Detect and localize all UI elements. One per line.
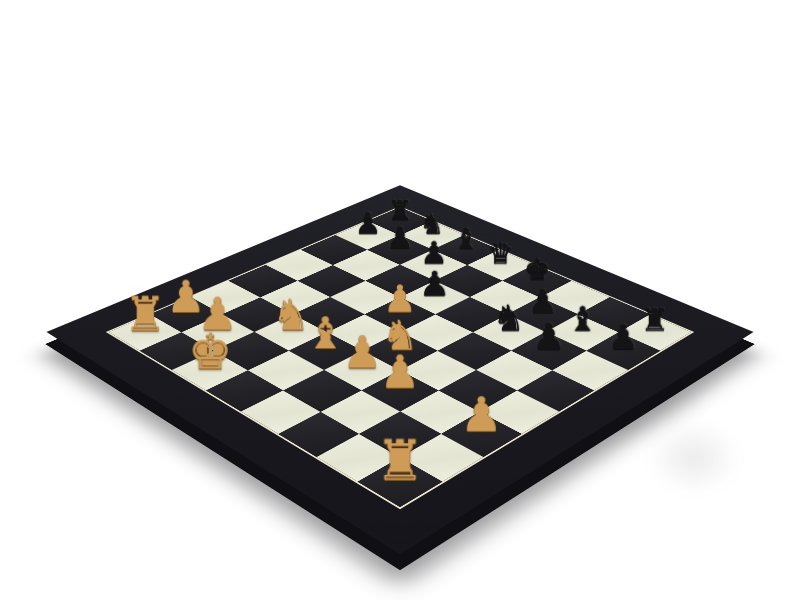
piece-white-rook-a1[interactable]: ♜ bbox=[124, 291, 166, 338]
piece-white-pawn-h3[interactable]: ♟ bbox=[460, 392, 503, 440]
piece-white-knight-c3[interactable]: ♞ bbox=[272, 295, 310, 338]
piece-black-pawn-h7[interactable]: ♟ bbox=[608, 321, 639, 355]
chess-photo-scene: ♜♞♝♛♚♜♟♟♟♟♝♟♟♞♟♟♞♞♝♟♟♟♟♟♜♚♜ bbox=[0, 0, 800, 600]
piece-black-bishop-c8[interactable]: ♝ bbox=[453, 225, 478, 253]
piece-white-bishop-d3[interactable]: ♝ bbox=[306, 312, 345, 355]
piece-black-pawn-f7[interactable]: ♟ bbox=[528, 285, 557, 318]
piece-black-queen-d8[interactable]: ♛ bbox=[488, 240, 514, 269]
piece-white-pawn-f3[interactable]: ♟ bbox=[380, 350, 421, 395]
piece-black-pawn-a7[interactable]: ♟ bbox=[354, 209, 381, 239]
piece-white-rook-h1[interactable]: ♜ bbox=[375, 433, 425, 488]
piece-white-king-c1[interactable]: ♚ bbox=[188, 327, 232, 376]
piece-black-knight-f6[interactable]: ♞ bbox=[493, 301, 525, 337]
piece-white-pawn-e3[interactable]: ♟ bbox=[342, 331, 382, 375]
piece-black-king-e8[interactable]: ♚ bbox=[524, 255, 550, 284]
square-h6[interactable] bbox=[552, 351, 628, 391]
piece-black-pawn-d6[interactable]: ♟ bbox=[420, 267, 451, 301]
piece-black-pawn-g6[interactable]: ♟ bbox=[533, 319, 566, 355]
piece-black-pawn-b7[interactable]: ♟ bbox=[386, 223, 413, 253]
piece-black-rook-h8[interactable]: ♜ bbox=[641, 305, 669, 336]
piece-black-bishop-g7[interactable]: ♝ bbox=[567, 303, 597, 336]
